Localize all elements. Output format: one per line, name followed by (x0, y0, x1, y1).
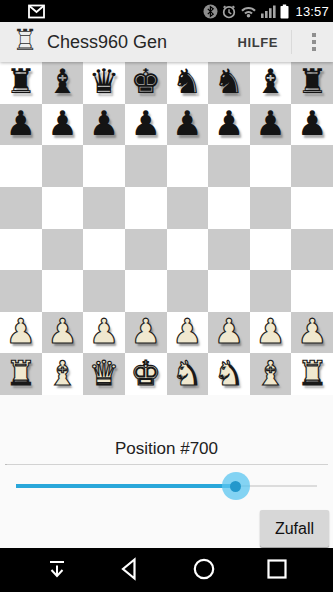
home-button[interactable] (191, 556, 217, 585)
square-g2: ♟ (250, 312, 292, 354)
square-f3 (208, 270, 250, 312)
square-a7: ♟ (0, 104, 42, 146)
square-h7: ♟ (291, 104, 333, 146)
square-g1: ♝ (250, 353, 292, 395)
square-d3 (125, 270, 167, 312)
black-pawn: ♟ (172, 104, 202, 144)
square-a3 (0, 270, 42, 312)
square-g7: ♟ (250, 104, 292, 146)
square-h1: ♜ (291, 353, 333, 395)
white-queen: ♛ (89, 353, 119, 393)
gmail-notification-icon (28, 4, 45, 19)
overflow-menu-icon[interactable] (301, 22, 327, 62)
black-king: ♚ (130, 62, 160, 102)
white-rook: ♜ (6, 353, 36, 393)
black-pawn: ♟ (47, 104, 77, 144)
square-c3 (83, 270, 125, 312)
square-d7: ♟ (125, 104, 167, 146)
square-e4 (167, 229, 209, 271)
square-h8: ♜ (291, 62, 333, 104)
black-pawn: ♟ (6, 104, 36, 144)
position-number-field[interactable]: Position #700 (5, 439, 328, 465)
position-field-underline (5, 464, 328, 465)
black-queen: ♛ (89, 62, 119, 102)
square-a8: ♜ (0, 62, 42, 104)
white-pawn: ♟ (297, 312, 327, 352)
white-pawn: ♟ (172, 312, 202, 352)
square-g8: ♝ (250, 62, 292, 104)
square-a4 (0, 229, 42, 271)
square-f7: ♟ (208, 104, 250, 146)
black-pawn: ♟ (297, 104, 327, 144)
bluetooth-icon (203, 4, 218, 19)
square-e2: ♟ (167, 312, 209, 354)
square-h5 (291, 187, 333, 229)
square-c4 (83, 229, 125, 271)
recents-icon (264, 556, 290, 582)
controls-panel: Position #700 Zufall (0, 395, 333, 548)
white-pawn: ♟ (6, 312, 36, 352)
square-e7: ♟ (167, 104, 209, 146)
square-f8: ♞ (208, 62, 250, 104)
square-c1: ♛ (83, 353, 125, 395)
square-b4 (42, 229, 84, 271)
square-c2: ♟ (83, 312, 125, 354)
square-b1: ♝ (42, 353, 84, 395)
signal-strength-icon (260, 4, 277, 18)
notification-area (28, 4, 45, 19)
help-button[interactable]: HILFE (231, 25, 284, 60)
clock-time: 13:57 (295, 4, 329, 19)
button-row: Zufall (0, 510, 329, 547)
white-bishop: ♝ (255, 353, 285, 393)
square-c7: ♟ (83, 104, 125, 146)
black-knight: ♞ (172, 62, 202, 102)
chess-board: ♜♝♛♚♞♞♝♜♟♟♟♟♟♟♟♟♟♟♟♟♟♟♟♟♜♝♛♚♞♞♝♜ (0, 62, 333, 395)
square-a2: ♟ (0, 312, 42, 354)
square-d5 (125, 187, 167, 229)
white-knight: ♞ (214, 353, 244, 393)
black-rook: ♜ (6, 62, 36, 102)
square-d4 (125, 229, 167, 271)
square-h6 (291, 145, 333, 187)
square-a1: ♜ (0, 353, 42, 395)
square-b7: ♟ (42, 104, 84, 146)
position-slider[interactable] (16, 472, 317, 500)
black-bishop: ♝ (255, 62, 285, 102)
square-e1: ♞ (167, 353, 209, 395)
square-g6 (250, 145, 292, 187)
white-rook: ♜ (297, 353, 327, 393)
black-pawn: ♟ (89, 104, 119, 144)
square-b3 (42, 270, 84, 312)
square-f2: ♟ (208, 312, 250, 354)
square-h3 (291, 270, 333, 312)
back-button[interactable] (117, 556, 143, 585)
battery-icon (280, 4, 289, 19)
white-pawn: ♟ (255, 312, 285, 352)
square-f6 (208, 145, 250, 187)
white-pawn: ♟ (214, 312, 244, 352)
square-c5 (83, 187, 125, 229)
black-bishop: ♝ (47, 62, 77, 102)
app-rook-icon: ♖ (12, 26, 38, 55)
phone-screen: 13:57 ♖ Chess960 Gen HILFE ♜♝♛♚♞♞♝♜♟♟♟♟♟… (0, 0, 333, 592)
black-pawn: ♟ (214, 104, 244, 144)
white-pawn: ♟ (130, 312, 160, 352)
white-knight: ♞ (172, 353, 202, 393)
square-h4 (291, 229, 333, 271)
navigation-bar (0, 548, 333, 592)
square-e6 (167, 145, 209, 187)
white-bishop: ♝ (47, 353, 77, 393)
system-icons: 13:57 (203, 4, 329, 19)
black-knight: ♞ (214, 62, 244, 102)
square-b5 (42, 187, 84, 229)
square-h2: ♟ (291, 312, 333, 354)
square-g4 (250, 229, 292, 271)
app-bar: ♖ Chess960 Gen HILFE (0, 22, 333, 62)
recents-button[interactable] (264, 556, 290, 585)
square-f1: ♞ (208, 353, 250, 395)
square-a6 (0, 145, 42, 187)
home-icon (191, 556, 217, 582)
black-pawn: ♟ (255, 104, 285, 144)
square-d8: ♚ (125, 62, 167, 104)
square-c6 (83, 145, 125, 187)
square-f4 (208, 229, 250, 271)
white-king: ♚ (130, 353, 160, 393)
square-d2: ♟ (125, 312, 167, 354)
square-b2: ♟ (42, 312, 84, 354)
random-position-button[interactable]: Zufall (260, 510, 329, 547)
status-bar: 13:57 (0, 0, 333, 22)
square-b6 (42, 145, 84, 187)
square-c8: ♛ (83, 62, 125, 104)
black-pawn: ♟ (130, 104, 160, 144)
app-title: Chess960 Gen (47, 32, 231, 53)
appbar-divider (291, 30, 292, 54)
square-d6 (125, 145, 167, 187)
position-number-text[interactable]: Position #700 (5, 439, 328, 464)
square-g5 (250, 187, 292, 229)
square-d1: ♚ (125, 353, 167, 395)
square-f5 (208, 187, 250, 229)
black-rook: ♜ (297, 62, 327, 102)
slider-thumb[interactable] (230, 481, 241, 492)
keyboard-hide-button[interactable] (44, 556, 70, 585)
square-a5 (0, 187, 42, 229)
back-icon (117, 556, 143, 582)
square-g3 (250, 270, 292, 312)
keyboard-hide-icon (44, 556, 70, 582)
white-pawn: ♟ (47, 312, 77, 352)
slider-track-active[interactable] (16, 484, 236, 488)
square-e8: ♞ (167, 62, 209, 104)
alarm-clock-icon (221, 4, 237, 19)
square-e5 (167, 187, 209, 229)
wifi-icon (240, 4, 257, 18)
square-b8: ♝ (42, 62, 84, 104)
square-e3 (167, 270, 209, 312)
white-pawn: ♟ (89, 312, 119, 352)
